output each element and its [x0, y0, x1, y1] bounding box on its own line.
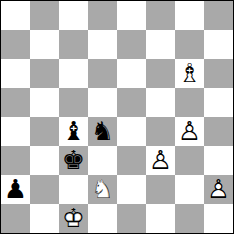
square-b1[interactable]: [30, 204, 59, 233]
square-e5[interactable]: [117, 88, 146, 117]
square-b7[interactable]: [30, 30, 59, 59]
square-e2[interactable]: [117, 175, 146, 204]
square-d6[interactable]: [88, 59, 117, 88]
white-bishop-icon: ♗: [175, 59, 204, 88]
square-h8[interactable]: [204, 1, 233, 30]
square-c4[interactable]: ♝: [59, 117, 88, 146]
white-knight-fill-icon: ♞: [88, 175, 117, 204]
square-g6[interactable]: ♝♗: [175, 59, 204, 88]
square-a4[interactable]: [1, 117, 30, 146]
white-king-icon: ♔: [59, 204, 88, 233]
square-g4[interactable]: ♟♙: [175, 117, 204, 146]
square-e7[interactable]: [117, 30, 146, 59]
black-pawn-icon: ♟: [1, 175, 30, 204]
white-king-fill-icon: ♚: [59, 204, 88, 233]
square-b3[interactable]: [30, 146, 59, 175]
square-c8[interactable]: [59, 1, 88, 30]
square-f1[interactable]: [146, 204, 175, 233]
square-g7[interactable]: [175, 30, 204, 59]
square-h1[interactable]: [204, 204, 233, 233]
black-knight-icon: ♞: [88, 117, 117, 146]
square-f5[interactable]: [146, 88, 175, 117]
square-g3[interactable]: [175, 146, 204, 175]
white-pawn-icon: ♙: [146, 146, 175, 175]
square-d4[interactable]: ♞: [88, 117, 117, 146]
square-a6[interactable]: [1, 59, 30, 88]
square-d2[interactable]: ♞♘: [88, 175, 117, 204]
square-a3[interactable]: [1, 146, 30, 175]
white-pawn-fill-icon: ♟: [146, 146, 175, 175]
square-e3[interactable]: [117, 146, 146, 175]
square-c5[interactable]: [59, 88, 88, 117]
chess-board-frame: ♝♗♝♞♟♙♚♟♙♟♞♘♟♙♚♔: [0, 0, 234, 234]
white-pawn-icon: ♙: [204, 175, 233, 204]
square-c7[interactable]: [59, 30, 88, 59]
square-e4[interactable]: [117, 117, 146, 146]
square-c6[interactable]: [59, 59, 88, 88]
square-c2[interactable]: [59, 175, 88, 204]
square-g8[interactable]: [175, 1, 204, 30]
white-pawn-fill-icon: ♟: [204, 175, 233, 204]
square-d7[interactable]: [88, 30, 117, 59]
square-c1[interactable]: ♚♔: [59, 204, 88, 233]
square-h4[interactable]: [204, 117, 233, 146]
square-h7[interactable]: [204, 30, 233, 59]
square-f7[interactable]: [146, 30, 175, 59]
black-king-icon: ♚: [59, 146, 88, 175]
square-f8[interactable]: [146, 1, 175, 30]
square-d8[interactable]: [88, 1, 117, 30]
square-h3[interactable]: [204, 146, 233, 175]
square-e6[interactable]: [117, 59, 146, 88]
square-a5[interactable]: [1, 88, 30, 117]
square-f2[interactable]: [146, 175, 175, 204]
square-d1[interactable]: [88, 204, 117, 233]
square-e8[interactable]: [117, 1, 146, 30]
white-pawn-icon: ♙: [175, 117, 204, 146]
square-f6[interactable]: [146, 59, 175, 88]
square-d3[interactable]: [88, 146, 117, 175]
square-a7[interactable]: [1, 30, 30, 59]
square-g1[interactable]: [175, 204, 204, 233]
square-c3[interactable]: ♚: [59, 146, 88, 175]
square-b8[interactable]: [30, 1, 59, 30]
square-a1[interactable]: [1, 204, 30, 233]
square-d5[interactable]: [88, 88, 117, 117]
square-h5[interactable]: [204, 88, 233, 117]
square-h2[interactable]: ♟♙: [204, 175, 233, 204]
square-a8[interactable]: [1, 1, 30, 30]
chess-board: ♝♗♝♞♟♙♚♟♙♟♞♘♟♙♚♔: [1, 1, 233, 233]
square-g5[interactable]: [175, 88, 204, 117]
square-b6[interactable]: [30, 59, 59, 88]
square-b5[interactable]: [30, 88, 59, 117]
square-g2[interactable]: [175, 175, 204, 204]
black-bishop-icon: ♝: [59, 117, 88, 146]
square-b4[interactable]: [30, 117, 59, 146]
square-b2[interactable]: [30, 175, 59, 204]
square-e1[interactable]: [117, 204, 146, 233]
square-f4[interactable]: [146, 117, 175, 146]
square-a2[interactable]: ♟: [1, 175, 30, 204]
white-bishop-fill-icon: ♝: [175, 59, 204, 88]
white-pawn-fill-icon: ♟: [175, 117, 204, 146]
white-knight-icon: ♘: [88, 175, 117, 204]
square-f3[interactable]: ♟♙: [146, 146, 175, 175]
square-h6[interactable]: [204, 59, 233, 88]
